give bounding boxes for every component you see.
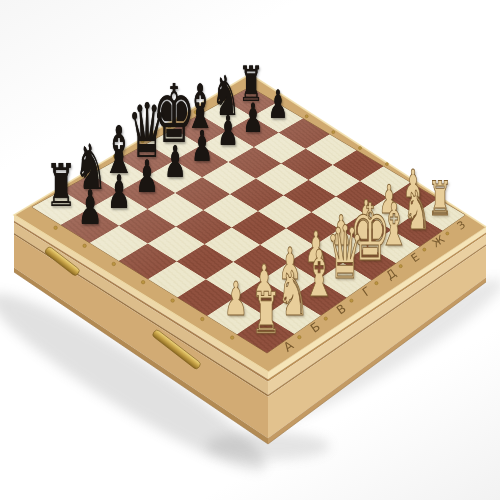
piece-black-rook[interactable]: ♜ [46,157,77,216]
piece-black-pawn[interactable]: ♟ [242,97,263,137]
piece-white-rook[interactable]: ♜ [251,285,281,342]
piece-black-pawn[interactable]: ♟ [267,84,287,123]
piece-white-pawn[interactable]: ♟ [224,276,248,323]
piece-black-pawn[interactable]: ♟ [78,184,103,232]
piece-white-rook[interactable]: ♜ [428,174,452,221]
piece-black-pawn[interactable]: ♟ [163,139,186,183]
piece-black-pawn[interactable]: ♟ [107,169,131,215]
piece-white-knight[interactable]: ♞ [277,262,309,323]
piece-black-pawn[interactable]: ♟ [190,125,212,168]
piece-black-pawn[interactable]: ♟ [136,154,159,199]
chess-set-photo: АБВГДЕЖЗ ♜♞♝♛♚♝♞♜♟♟♟♟♟♟♟♟♟♟♟♟♟♟♟♟♜♞♝♛♚♝♞… [0,0,500,500]
piece-black-pawn[interactable]: ♟ [217,111,239,152]
